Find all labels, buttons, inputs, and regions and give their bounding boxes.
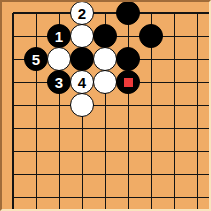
stone-black-move-1: 1 [47, 24, 71, 48]
board-horizontal-line [13, 197, 209, 198]
board-vertical-line [12, 13, 14, 209]
stone-white-move-2: 2 [70, 1, 94, 25]
stone-white [70, 24, 94, 48]
move-number-label: 2 [78, 6, 86, 21]
board-horizontal-line [13, 151, 209, 152]
stone-black-move-3: 3 [47, 70, 71, 94]
stone-black-move-5: 5 [24, 47, 48, 71]
stone-black [70, 47, 94, 71]
stone-black [116, 1, 140, 25]
go-board-diagram: 21534 [0, 0, 211, 211]
board-vertical-line [36, 13, 37, 209]
red-square-marker-icon [124, 78, 133, 87]
move-number-label: 3 [55, 75, 63, 90]
board-horizontal-line [13, 105, 209, 106]
stone-black [93, 24, 117, 48]
board-horizontal-line [13, 12, 209, 14]
stone-black [139, 24, 163, 48]
board-vertical-line [128, 13, 129, 209]
board-vertical-line [197, 13, 198, 209]
stone-black [116, 47, 140, 71]
board-vertical-line [174, 13, 175, 209]
stone-white [93, 47, 117, 71]
move-number-label: 5 [32, 52, 40, 67]
stone-white [70, 93, 94, 117]
board-horizontal-line [13, 174, 209, 175]
stone-white [93, 70, 117, 94]
stone-white-move-4: 4 [70, 70, 94, 94]
stone-white [47, 47, 71, 71]
board-horizontal-line [13, 128, 209, 129]
move-number-label: 4 [78, 75, 86, 90]
move-number-label: 1 [55, 29, 63, 44]
stone-black-marked [116, 70, 140, 94]
